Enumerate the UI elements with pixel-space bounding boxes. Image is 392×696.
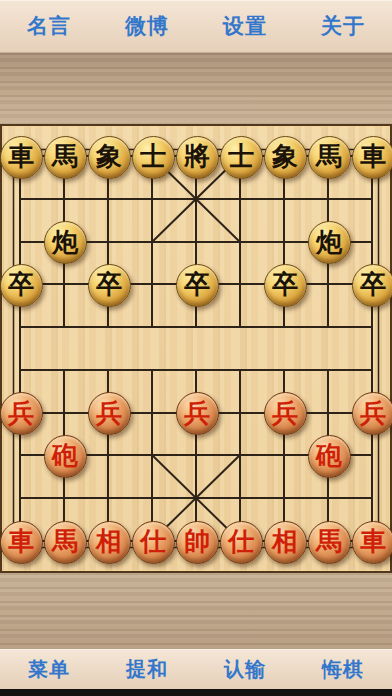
piece-red-elephant[interactable]: 相 (264, 521, 307, 564)
home-indicator-strip (0, 689, 392, 696)
piece-red-general[interactable]: 帥 (176, 521, 219, 564)
piece-red-cannon[interactable]: 砲 (44, 435, 87, 478)
about-button[interactable]: 关于 (315, 10, 371, 42)
piece-black-cannon[interactable]: 炮 (44, 221, 87, 264)
piece-black-horse[interactable]: 馬 (308, 136, 351, 179)
piece-black-soldier[interactable]: 卒 (352, 264, 392, 307)
piece-red-horse[interactable]: 馬 (308, 521, 351, 564)
piece-red-soldier[interactable]: 兵 (352, 392, 392, 435)
undo-move-button[interactable]: 悔棋 (316, 654, 370, 685)
piece-black-advisor[interactable]: 士 (220, 136, 263, 179)
bottom-toolbar: 菜单 提和 认输 悔棋 (0, 648, 392, 689)
piece-black-advisor[interactable]: 士 (132, 136, 175, 179)
piece-red-advisor[interactable]: 仕 (132, 521, 175, 564)
weibo-button[interactable]: 微博 (119, 10, 175, 42)
piece-black-soldier[interactable]: 卒 (264, 264, 307, 307)
offer-draw-button[interactable]: 提和 (120, 654, 174, 685)
top-toolbar: 名言 微博 设置 关于 (0, 0, 392, 53)
piece-black-horse[interactable]: 馬 (44, 136, 87, 179)
piece-red-chariot[interactable]: 車 (352, 521, 392, 564)
piece-red-soldier[interactable]: 兵 (176, 392, 219, 435)
settings-button[interactable]: 设置 (217, 10, 273, 42)
piece-red-chariot[interactable]: 車 (0, 521, 43, 564)
piece-black-chariot[interactable]: 車 (0, 136, 43, 179)
piece-black-elephant[interactable]: 象 (264, 136, 307, 179)
board-grid (0, 124, 392, 573)
piece-black-chariot[interactable]: 車 (352, 136, 392, 179)
menu-button[interactable]: 菜单 (22, 654, 76, 685)
piece-black-soldier[interactable]: 卒 (176, 264, 219, 307)
piece-red-soldier[interactable]: 兵 (264, 392, 307, 435)
piece-red-cannon[interactable]: 砲 (308, 435, 351, 478)
piece-red-horse[interactable]: 馬 (44, 521, 87, 564)
quotes-button[interactable]: 名言 (21, 10, 77, 42)
piece-black-cannon[interactable]: 炮 (308, 221, 351, 264)
piece-red-advisor[interactable]: 仕 (220, 521, 263, 564)
xiangqi-board[interactable]: 車馬象士將士象馬車炮炮卒卒卒卒卒兵兵兵兵兵砲砲車馬相仕帥仕相馬車 (0, 124, 392, 573)
piece-red-soldier[interactable]: 兵 (88, 392, 131, 435)
piece-black-general[interactable]: 將 (176, 136, 219, 179)
piece-black-soldier[interactable]: 卒 (0, 264, 43, 307)
resign-button[interactable]: 认输 (218, 654, 272, 685)
piece-black-soldier[interactable]: 卒 (88, 264, 131, 307)
wood-frame-top (0, 53, 392, 124)
piece-red-soldier[interactable]: 兵 (0, 392, 43, 435)
wood-frame-bottom (0, 573, 392, 648)
piece-red-elephant[interactable]: 相 (88, 521, 131, 564)
piece-black-elephant[interactable]: 象 (88, 136, 131, 179)
app-screen: 名言 微博 设置 关于 (0, 0, 392, 696)
